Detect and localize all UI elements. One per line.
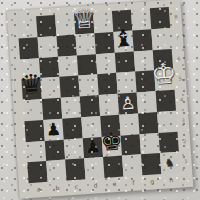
square-g1[interactable] xyxy=(141,153,161,175)
square-h8[interactable] xyxy=(150,7,170,29)
piece-black-pawn-b3[interactable]: ♟ xyxy=(40,119,67,140)
square-f6[interactable] xyxy=(115,51,135,73)
square-d1[interactable] xyxy=(84,157,104,179)
square-h4[interactable] xyxy=(156,90,176,112)
file-label-g: g xyxy=(143,177,162,185)
file-label-c: c xyxy=(67,182,86,190)
piece-black-king-e2[interactable]: ♚ xyxy=(98,128,126,157)
knight-logo-icon: ♞ xyxy=(164,156,175,170)
square-f5[interactable] xyxy=(116,72,136,94)
square-h7[interactable] xyxy=(151,28,171,50)
square-b7[interactable] xyxy=(38,36,58,58)
chess-board: abcdefgh87654321♞ ♕♝♛♔♙♟♟♚ xyxy=(7,0,194,199)
square-e1[interactable] xyxy=(103,156,123,178)
square-d4[interactable] xyxy=(80,95,100,117)
rank-label-8: 8 xyxy=(171,13,180,20)
piece-white-king-h5[interactable]: ♔ xyxy=(150,59,178,91)
file-label-a: a xyxy=(29,185,48,193)
square-c1[interactable] xyxy=(65,159,85,181)
piece-black-bishop-f7[interactable]: ♝ xyxy=(109,24,137,52)
square-a2[interactable] xyxy=(26,140,46,162)
square-a1[interactable] xyxy=(27,161,47,183)
rank-label-4: 4 xyxy=(177,96,186,103)
rank-label-7: 7 xyxy=(173,34,182,41)
square-d5[interactable] xyxy=(78,74,98,96)
square-h2[interactable] xyxy=(158,131,178,153)
square-e5[interactable] xyxy=(97,73,117,95)
square-d6[interactable] xyxy=(77,54,97,76)
file-label-h: h xyxy=(162,176,181,184)
square-b1[interactable] xyxy=(46,160,66,182)
square-a8[interactable] xyxy=(17,16,37,38)
piece-white-pawn-f4[interactable]: ♙ xyxy=(114,93,141,114)
square-g2[interactable] xyxy=(140,133,160,155)
square-b2[interactable] xyxy=(45,139,65,161)
square-c5[interactable] xyxy=(59,76,79,98)
square-c7[interactable] xyxy=(56,34,76,56)
square-b8[interactable] xyxy=(36,15,56,37)
file-label-d: d xyxy=(86,181,105,189)
square-h3[interactable] xyxy=(157,110,177,132)
square-f1[interactable] xyxy=(122,155,142,177)
piece-white-queen-d8[interactable]: ♕ xyxy=(70,4,98,34)
rank-label-1: 1 xyxy=(181,158,190,165)
square-d7[interactable] xyxy=(75,33,95,55)
rank-label-3: 3 xyxy=(178,117,187,124)
chessboard-photo: abcdefgh87654321♞ ♕♝♛♔♙♟♟♚ xyxy=(0,0,200,200)
file-label-f: f xyxy=(124,178,143,186)
square-a4[interactable] xyxy=(23,99,43,121)
square-b4[interactable] xyxy=(42,98,62,120)
file-label-b: b xyxy=(48,184,67,192)
square-a7[interactable] xyxy=(19,37,39,59)
square-e6[interactable] xyxy=(96,52,116,74)
square-g3[interactable] xyxy=(138,112,158,134)
rank-label-2: 2 xyxy=(180,137,189,144)
piece-black-queen-a5[interactable]: ♛ xyxy=(17,69,45,100)
square-c6[interactable] xyxy=(58,55,78,77)
file-label-e: e xyxy=(105,180,124,188)
square-c4[interactable] xyxy=(61,96,81,118)
